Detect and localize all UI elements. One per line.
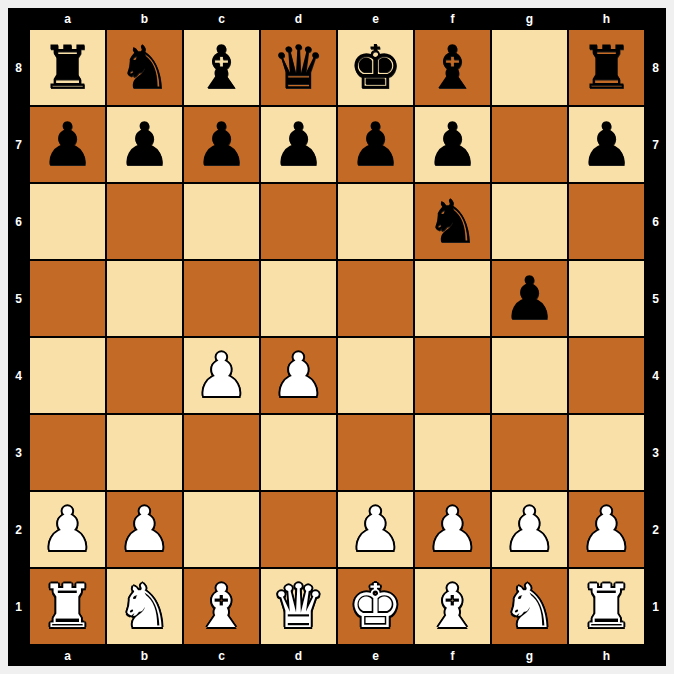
- rank-label-4-left: 4: [8, 337, 29, 414]
- square-c3[interactable]: [183, 414, 260, 491]
- rank-label-1-right: 1: [645, 568, 666, 645]
- piece-white-knight[interactable]: ♞: [503, 568, 557, 645]
- file-label-g-top: g: [491, 8, 568, 29]
- square-a4[interactable]: [29, 337, 106, 414]
- square-c7[interactable]: ♟: [183, 106, 260, 183]
- file-label-c-bottom: c: [183, 645, 260, 666]
- piece-black-pawn[interactable]: ♟: [195, 106, 249, 183]
- square-e7[interactable]: ♟: [337, 106, 414, 183]
- square-d3[interactable]: [260, 414, 337, 491]
- square-b7[interactable]: ♟: [106, 106, 183, 183]
- frame-corner: [8, 8, 29, 29]
- square-a1[interactable]: ♜: [29, 568, 106, 645]
- square-f8[interactable]: ♝: [414, 29, 491, 106]
- piece-black-pawn[interactable]: ♟: [503, 260, 557, 337]
- square-d4[interactable]: ♟: [260, 337, 337, 414]
- file-label-h-top: h: [568, 8, 645, 29]
- file-label-f-top: f: [414, 8, 491, 29]
- rank-label-8-right: 8: [645, 29, 666, 106]
- square-d7[interactable]: ♟: [260, 106, 337, 183]
- piece-black-knight[interactable]: ♞: [426, 183, 480, 260]
- file-label-e-top: e: [337, 8, 414, 29]
- file-label-b-top: b: [106, 8, 183, 29]
- file-label-b-bottom: b: [106, 645, 183, 666]
- square-b5[interactable]: [106, 260, 183, 337]
- file-label-d-top: d: [260, 8, 337, 29]
- frame-corner: [8, 645, 29, 666]
- rank-label-3-left: 3: [8, 414, 29, 491]
- square-e6[interactable]: [337, 183, 414, 260]
- file-label-f-bottom: f: [414, 645, 491, 666]
- square-a2[interactable]: ♟: [29, 491, 106, 568]
- piece-white-king[interactable]: ♚: [349, 568, 403, 645]
- frame-corner: [645, 8, 666, 29]
- rank-label-6-left: 6: [8, 183, 29, 260]
- square-f5[interactable]: [414, 260, 491, 337]
- square-b6[interactable]: [106, 183, 183, 260]
- square-a5[interactable]: [29, 260, 106, 337]
- square-e1[interactable]: ♚: [337, 568, 414, 645]
- square-c2[interactable]: [183, 491, 260, 568]
- piece-black-rook[interactable]: ♜: [580, 29, 634, 106]
- square-b3[interactable]: [106, 414, 183, 491]
- rank-label-5-right: 5: [645, 260, 666, 337]
- square-d2[interactable]: [260, 491, 337, 568]
- piece-black-pawn[interactable]: ♟: [272, 106, 326, 183]
- square-f2[interactable]: ♟: [414, 491, 491, 568]
- piece-black-bishop[interactable]: ♝: [195, 29, 249, 106]
- file-label-c-top: c: [183, 8, 260, 29]
- square-g3[interactable]: [491, 414, 568, 491]
- square-e8[interactable]: ♚: [337, 29, 414, 106]
- square-e4[interactable]: [337, 337, 414, 414]
- square-a7[interactable]: ♟: [29, 106, 106, 183]
- piece-white-pawn[interactable]: ♟: [272, 337, 326, 414]
- square-h3[interactable]: [568, 414, 645, 491]
- piece-white-bishop[interactable]: ♝: [195, 568, 249, 645]
- piece-white-knight[interactable]: ♞: [118, 568, 172, 645]
- square-f1[interactable]: ♝: [414, 568, 491, 645]
- piece-white-pawn[interactable]: ♟: [118, 491, 172, 568]
- piece-white-bishop[interactable]: ♝: [426, 568, 480, 645]
- file-label-h-bottom: h: [568, 645, 645, 666]
- rank-label-7-left: 7: [8, 106, 29, 183]
- square-h5[interactable]: [568, 260, 645, 337]
- file-label-a-top: a: [29, 8, 106, 29]
- square-h6[interactable]: [568, 183, 645, 260]
- piece-black-bishop[interactable]: ♝: [426, 29, 480, 106]
- square-d1[interactable]: ♛: [260, 568, 337, 645]
- square-e2[interactable]: ♟: [337, 491, 414, 568]
- piece-white-pawn[interactable]: ♟: [349, 491, 403, 568]
- piece-black-pawn[interactable]: ♟: [349, 106, 403, 183]
- square-a6[interactable]: [29, 183, 106, 260]
- square-e5[interactable]: [337, 260, 414, 337]
- file-label-d-bottom: d: [260, 645, 337, 666]
- square-g2[interactable]: ♟: [491, 491, 568, 568]
- piece-white-pawn[interactable]: ♟: [503, 491, 557, 568]
- square-d8[interactable]: ♛: [260, 29, 337, 106]
- square-f6[interactable]: ♞: [414, 183, 491, 260]
- square-h4[interactable]: [568, 337, 645, 414]
- rank-label-7-right: 7: [645, 106, 666, 183]
- piece-black-pawn[interactable]: ♟: [118, 106, 172, 183]
- piece-black-rook[interactable]: ♜: [41, 29, 95, 106]
- piece-white-pawn[interactable]: ♟: [195, 337, 249, 414]
- square-f3[interactable]: [414, 414, 491, 491]
- square-c8[interactable]: ♝: [183, 29, 260, 106]
- square-h2[interactable]: ♟: [568, 491, 645, 568]
- rank-label-2-right: 2: [645, 491, 666, 568]
- square-h8[interactable]: ♜: [568, 29, 645, 106]
- square-b2[interactable]: ♟: [106, 491, 183, 568]
- piece-black-pawn[interactable]: ♟: [426, 106, 480, 183]
- square-g6[interactable]: [491, 183, 568, 260]
- rank-label-5-left: 5: [8, 260, 29, 337]
- piece-black-knight[interactable]: ♞: [118, 29, 172, 106]
- piece-white-queen[interactable]: ♛: [272, 568, 326, 645]
- rank-label-6-right: 6: [645, 183, 666, 260]
- square-f7[interactable]: ♟: [414, 106, 491, 183]
- file-label-g-bottom: g: [491, 645, 568, 666]
- square-g7[interactable]: [491, 106, 568, 183]
- square-a3[interactable]: [29, 414, 106, 491]
- file-label-a-bottom: a: [29, 645, 106, 666]
- piece-black-queen[interactable]: ♛: [272, 29, 326, 106]
- piece-white-pawn[interactable]: ♟: [426, 491, 480, 568]
- rank-label-4-right: 4: [645, 337, 666, 414]
- square-d6[interactable]: [260, 183, 337, 260]
- piece-white-pawn[interactable]: ♟: [41, 491, 95, 568]
- rank-label-1-left: 1: [8, 568, 29, 645]
- chess-board: abcdefgh8♜♞♝♛♚♝♜87♟♟♟♟♟♟♟76♞65♟54♟♟4332♟…: [8, 8, 666, 666]
- rank-label-2-left: 2: [8, 491, 29, 568]
- square-c5[interactable]: [183, 260, 260, 337]
- square-b1[interactable]: ♞: [106, 568, 183, 645]
- square-b4[interactable]: [106, 337, 183, 414]
- square-g1[interactable]: ♞: [491, 568, 568, 645]
- square-e3[interactable]: [337, 414, 414, 491]
- chess-app-page: abcdefgh8♜♞♝♛♚♝♜87♟♟♟♟♟♟♟76♞65♟54♟♟4332♟…: [0, 0, 674, 674]
- file-label-e-bottom: e: [337, 645, 414, 666]
- piece-white-pawn[interactable]: ♟: [580, 491, 634, 568]
- rank-label-8-left: 8: [8, 29, 29, 106]
- square-d5[interactable]: [260, 260, 337, 337]
- square-h7[interactable]: ♟: [568, 106, 645, 183]
- square-a8[interactable]: ♜: [29, 29, 106, 106]
- piece-white-rook[interactable]: ♜: [41, 568, 95, 645]
- square-b8[interactable]: ♞: [106, 29, 183, 106]
- frame-corner: [645, 645, 666, 666]
- square-c4[interactable]: ♟: [183, 337, 260, 414]
- square-c1[interactable]: ♝: [183, 568, 260, 645]
- square-g5[interactable]: ♟: [491, 260, 568, 337]
- square-g8[interactable]: [491, 29, 568, 106]
- piece-black-king[interactable]: ♚: [349, 29, 403, 106]
- square-c6[interactable]: [183, 183, 260, 260]
- square-f4[interactable]: [414, 337, 491, 414]
- square-h1[interactable]: ♜: [568, 568, 645, 645]
- piece-black-pawn[interactable]: ♟: [41, 106, 95, 183]
- square-g4[interactable]: [491, 337, 568, 414]
- piece-black-pawn[interactable]: ♟: [580, 106, 634, 183]
- piece-white-rook[interactable]: ♜: [580, 568, 634, 645]
- rank-label-3-right: 3: [645, 414, 666, 491]
